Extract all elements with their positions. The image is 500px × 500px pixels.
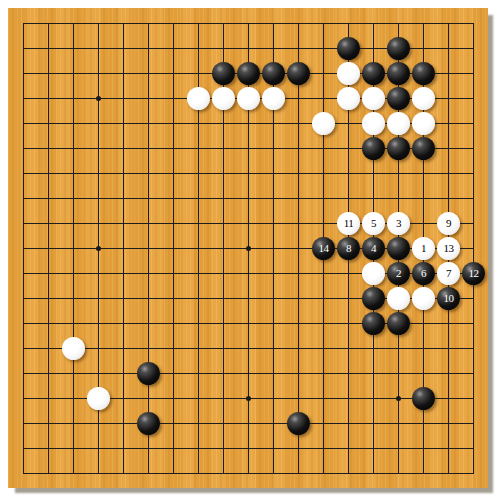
intersection-c2-r3[interactable] xyxy=(36,61,61,86)
intersection-c13-r11[interactable] xyxy=(311,261,336,286)
intersection-c2-r19[interactable] xyxy=(36,461,61,486)
intersection-c19-r1[interactable] xyxy=(461,11,486,36)
intersection-c3-r3[interactable] xyxy=(61,61,86,86)
intersection-c16-r3[interactable] xyxy=(386,61,411,86)
intersection-c3-r12[interactable] xyxy=(61,286,86,311)
intersection-c12-r8[interactable] xyxy=(286,186,311,211)
intersection-c18-r9[interactable]: 9 xyxy=(436,211,461,236)
intersection-c17-r8[interactable] xyxy=(411,186,436,211)
intersection-c3-r6[interactable] xyxy=(61,136,86,161)
intersection-c9-r11[interactable] xyxy=(211,261,236,286)
intersection-c11-r8[interactable] xyxy=(261,186,286,211)
intersection-c15-r2[interactable] xyxy=(361,36,386,61)
intersection-c9-r6[interactable] xyxy=(211,136,236,161)
intersection-c2-r1[interactable] xyxy=(36,11,61,36)
intersection-c8-r17[interactable] xyxy=(186,411,211,436)
intersection-c1-r8[interactable] xyxy=(11,186,36,211)
intersection-c16-r13[interactable] xyxy=(386,311,411,336)
intersection-c15-r6[interactable] xyxy=(361,136,386,161)
intersection-c19-r13[interactable] xyxy=(461,311,486,336)
intersection-c6-r6[interactable] xyxy=(136,136,161,161)
intersection-c4-r3[interactable] xyxy=(86,61,111,86)
intersection-c7-r9[interactable] xyxy=(161,211,186,236)
intersection-c4-r18[interactable] xyxy=(86,436,111,461)
intersection-c18-r3[interactable] xyxy=(436,61,461,86)
intersection-c6-r3[interactable] xyxy=(136,61,161,86)
intersection-c11-r19[interactable] xyxy=(261,461,286,486)
intersection-c19-r9[interactable] xyxy=(461,211,486,236)
intersection-c7-r4[interactable] xyxy=(161,86,186,111)
intersection-c2-r4[interactable] xyxy=(36,86,61,111)
intersection-c19-r8[interactable] xyxy=(461,186,486,211)
intersection-c16-r7[interactable] xyxy=(386,161,411,186)
intersection-c4-r19[interactable] xyxy=(86,461,111,486)
intersection-c18-r15[interactable] xyxy=(436,361,461,386)
intersection-c9-r12[interactable] xyxy=(211,286,236,311)
intersection-c4-r2[interactable] xyxy=(86,36,111,61)
intersection-c17-r12[interactable] xyxy=(411,286,436,311)
intersection-c17-r3[interactable] xyxy=(411,61,436,86)
intersection-c9-r1[interactable] xyxy=(211,11,236,36)
intersection-c9-r10[interactable] xyxy=(211,236,236,261)
intersection-c18-r19[interactable] xyxy=(436,461,461,486)
intersection-c6-r10[interactable] xyxy=(136,236,161,261)
intersection-c17-r15[interactable] xyxy=(411,361,436,386)
intersection-c2-r2[interactable] xyxy=(36,36,61,61)
intersection-c11-r2[interactable] xyxy=(261,36,286,61)
intersection-c9-r7[interactable] xyxy=(211,161,236,186)
intersection-c17-r17[interactable] xyxy=(411,411,436,436)
intersection-c18-r5[interactable] xyxy=(436,111,461,136)
intersection-c2-r12[interactable] xyxy=(36,286,61,311)
intersection-c13-r4[interactable] xyxy=(311,86,336,111)
intersection-c2-r10[interactable] xyxy=(36,236,61,261)
intersection-c15-r19[interactable] xyxy=(361,461,386,486)
intersection-c11-r7[interactable] xyxy=(261,161,286,186)
intersection-c9-r16[interactable] xyxy=(211,386,236,411)
intersection-c8-r11[interactable] xyxy=(186,261,211,286)
intersection-c10-r14[interactable] xyxy=(236,336,261,361)
intersection-c5-r1[interactable] xyxy=(111,11,136,36)
intersection-c9-r18[interactable] xyxy=(211,436,236,461)
intersection-c9-r13[interactable] xyxy=(211,311,236,336)
intersection-c16-r8[interactable] xyxy=(386,186,411,211)
intersection-c16-r6[interactable] xyxy=(386,136,411,161)
intersection-c1-r9[interactable] xyxy=(11,211,36,236)
intersection-c17-r18[interactable] xyxy=(411,436,436,461)
intersection-c11-r13[interactable] xyxy=(261,311,286,336)
intersection-c8-r13[interactable] xyxy=(186,311,211,336)
intersection-c18-r12[interactable]: 10 xyxy=(436,286,461,311)
intersection-c6-r18[interactable] xyxy=(136,436,161,461)
intersection-c10-r8[interactable] xyxy=(236,186,261,211)
intersection-c6-r11[interactable] xyxy=(136,261,161,286)
intersection-c10-r12[interactable] xyxy=(236,286,261,311)
intersection-c10-r4[interactable] xyxy=(236,86,261,111)
intersection-c2-r16[interactable] xyxy=(36,386,61,411)
intersection-c18-r10[interactable]: 13 xyxy=(436,236,461,261)
intersection-c11-r3[interactable] xyxy=(261,61,286,86)
intersection-c6-r16[interactable] xyxy=(136,386,161,411)
intersection-c7-r6[interactable] xyxy=(161,136,186,161)
intersection-c6-r19[interactable] xyxy=(136,461,161,486)
intersection-c12-r10[interactable] xyxy=(286,236,311,261)
intersection-c15-r17[interactable] xyxy=(361,411,386,436)
intersection-c10-r7[interactable] xyxy=(236,161,261,186)
intersection-c4-r12[interactable] xyxy=(86,286,111,311)
intersection-c9-r2[interactable] xyxy=(211,36,236,61)
intersection-c16-r1[interactable] xyxy=(386,11,411,36)
intersection-c18-r2[interactable] xyxy=(436,36,461,61)
intersection-c5-r11[interactable] xyxy=(111,261,136,286)
intersection-c2-r7[interactable] xyxy=(36,161,61,186)
intersection-c16-r11[interactable]: 2 xyxy=(386,261,411,286)
intersection-c6-r1[interactable] xyxy=(136,11,161,36)
intersection-c15-r12[interactable] xyxy=(361,286,386,311)
intersection-c7-r15[interactable] xyxy=(161,361,186,386)
intersection-c11-r15[interactable] xyxy=(261,361,286,386)
intersection-c6-r5[interactable] xyxy=(136,111,161,136)
intersection-c2-r6[interactable] xyxy=(36,136,61,161)
intersection-c6-r8[interactable] xyxy=(136,186,161,211)
intersection-c14-r4[interactable] xyxy=(336,86,361,111)
intersection-c5-r4[interactable] xyxy=(111,86,136,111)
intersection-c7-r18[interactable] xyxy=(161,436,186,461)
intersection-c17-r19[interactable] xyxy=(411,461,436,486)
intersection-c5-r3[interactable] xyxy=(111,61,136,86)
intersection-c4-r14[interactable] xyxy=(86,336,111,361)
intersection-c6-r2[interactable] xyxy=(136,36,161,61)
intersection-c10-r9[interactable] xyxy=(236,211,261,236)
intersection-c1-r15[interactable] xyxy=(11,361,36,386)
intersection-c14-r14[interactable] xyxy=(336,336,361,361)
intersection-c8-r1[interactable] xyxy=(186,11,211,36)
intersection-c14-r6[interactable] xyxy=(336,136,361,161)
intersection-c13-r9[interactable] xyxy=(311,211,336,236)
intersection-c5-r13[interactable] xyxy=(111,311,136,336)
intersection-c2-r14[interactable] xyxy=(36,336,61,361)
intersection-c7-r13[interactable] xyxy=(161,311,186,336)
intersection-c14-r2[interactable] xyxy=(336,36,361,61)
intersection-c1-r13[interactable] xyxy=(11,311,36,336)
intersection-c4-r9[interactable] xyxy=(86,211,111,236)
intersection-c7-r5[interactable] xyxy=(161,111,186,136)
intersection-c12-r18[interactable] xyxy=(286,436,311,461)
intersection-c16-r14[interactable] xyxy=(386,336,411,361)
intersection-c14-r7[interactable] xyxy=(336,161,361,186)
intersection-c19-r12[interactable] xyxy=(461,286,486,311)
intersection-c19-r17[interactable] xyxy=(461,411,486,436)
intersection-c11-r5[interactable] xyxy=(261,111,286,136)
intersection-c2-r13[interactable] xyxy=(36,311,61,336)
intersection-c1-r7[interactable] xyxy=(11,161,36,186)
intersection-c2-r11[interactable] xyxy=(36,261,61,286)
intersection-c7-r11[interactable] xyxy=(161,261,186,286)
intersection-c2-r5[interactable] xyxy=(36,111,61,136)
intersection-c13-r5[interactable] xyxy=(311,111,336,136)
intersection-c11-r14[interactable] xyxy=(261,336,286,361)
intersection-c7-r1[interactable] xyxy=(161,11,186,36)
intersection-c10-r5[interactable] xyxy=(236,111,261,136)
intersection-c6-r15[interactable] xyxy=(136,361,161,386)
intersection-c12-r1[interactable] xyxy=(286,11,311,36)
intersection-c15-r13[interactable] xyxy=(361,311,386,336)
intersection-c6-r17[interactable] xyxy=(136,411,161,436)
intersection-c12-r7[interactable] xyxy=(286,161,311,186)
intersection-c16-r15[interactable] xyxy=(386,361,411,386)
intersection-c8-r9[interactable] xyxy=(186,211,211,236)
intersection-c5-r18[interactable] xyxy=(111,436,136,461)
intersection-c5-r10[interactable] xyxy=(111,236,136,261)
intersection-c9-r4[interactable] xyxy=(211,86,236,111)
intersection-c7-r8[interactable] xyxy=(161,186,186,211)
intersection-c4-r8[interactable] xyxy=(86,186,111,211)
intersection-c8-r3[interactable] xyxy=(186,61,211,86)
intersection-c18-r14[interactable] xyxy=(436,336,461,361)
intersection-c4-r5[interactable] xyxy=(86,111,111,136)
intersection-c7-r3[interactable] xyxy=(161,61,186,86)
intersection-c1-r12[interactable] xyxy=(11,286,36,311)
intersection-c6-r7[interactable] xyxy=(136,161,161,186)
intersection-c14-r3[interactable] xyxy=(336,61,361,86)
intersection-c2-r15[interactable] xyxy=(36,361,61,386)
intersection-c3-r10[interactable] xyxy=(61,236,86,261)
intersection-c17-r4[interactable] xyxy=(411,86,436,111)
intersection-c11-r6[interactable] xyxy=(261,136,286,161)
intersection-c13-r19[interactable] xyxy=(311,461,336,486)
intersection-c7-r10[interactable] xyxy=(161,236,186,261)
intersection-c18-r8[interactable] xyxy=(436,186,461,211)
intersection-c18-r13[interactable] xyxy=(436,311,461,336)
intersection-c5-r7[interactable] xyxy=(111,161,136,186)
intersection-c1-r6[interactable] xyxy=(11,136,36,161)
intersection-c10-r11[interactable] xyxy=(236,261,261,286)
intersection-c11-r11[interactable] xyxy=(261,261,286,286)
intersection-c12-r14[interactable] xyxy=(286,336,311,361)
star-point-c10-r16[interactable] xyxy=(236,386,261,411)
intersection-c14-r16[interactable] xyxy=(336,386,361,411)
intersection-c19-r11[interactable]: 12 xyxy=(461,261,486,286)
intersection-c5-r16[interactable] xyxy=(111,386,136,411)
intersection-c15-r14[interactable] xyxy=(361,336,386,361)
intersection-c16-r10[interactable] xyxy=(386,236,411,261)
intersection-c17-r9[interactable] xyxy=(411,211,436,236)
intersection-c17-r6[interactable] xyxy=(411,136,436,161)
intersection-c1-r16[interactable] xyxy=(11,386,36,411)
intersection-c10-r17[interactable] xyxy=(236,411,261,436)
intersection-c10-r6[interactable] xyxy=(236,136,261,161)
intersection-c4-r11[interactable] xyxy=(86,261,111,286)
intersection-c3-r5[interactable] xyxy=(61,111,86,136)
intersection-c19-r19[interactable] xyxy=(461,461,486,486)
intersection-c15-r10[interactable]: 4 xyxy=(361,236,386,261)
intersection-c14-r8[interactable] xyxy=(336,186,361,211)
intersection-c1-r4[interactable] xyxy=(11,86,36,111)
intersection-c12-r6[interactable] xyxy=(286,136,311,161)
intersection-c3-r18[interactable] xyxy=(61,436,86,461)
intersection-c4-r17[interactable] xyxy=(86,411,111,436)
intersection-c12-r13[interactable] xyxy=(286,311,311,336)
intersection-c3-r9[interactable] xyxy=(61,211,86,236)
intersection-c1-r3[interactable] xyxy=(11,61,36,86)
intersection-c1-r10[interactable] xyxy=(11,236,36,261)
intersection-c7-r17[interactable] xyxy=(161,411,186,436)
intersection-c19-r3[interactable] xyxy=(461,61,486,86)
intersection-c9-r19[interactable] xyxy=(211,461,236,486)
intersection-c19-r10[interactable] xyxy=(461,236,486,261)
intersection-c13-r10[interactable]: 14 xyxy=(311,236,336,261)
intersection-c10-r18[interactable] xyxy=(236,436,261,461)
intersection-c17-r1[interactable] xyxy=(411,11,436,36)
intersection-c7-r7[interactable] xyxy=(161,161,186,186)
star-point-c4-r4[interactable] xyxy=(86,86,111,111)
intersection-c18-r17[interactable] xyxy=(436,411,461,436)
intersection-c9-r3[interactable] xyxy=(211,61,236,86)
intersection-c2-r9[interactable] xyxy=(36,211,61,236)
intersection-c1-r1[interactable] xyxy=(11,11,36,36)
intersection-c9-r17[interactable] xyxy=(211,411,236,436)
intersection-c13-r14[interactable] xyxy=(311,336,336,361)
intersection-c13-r17[interactable] xyxy=(311,411,336,436)
intersection-c18-r1[interactable] xyxy=(436,11,461,36)
intersection-c3-r19[interactable] xyxy=(61,461,86,486)
intersection-c19-r6[interactable] xyxy=(461,136,486,161)
intersection-c6-r12[interactable] xyxy=(136,286,161,311)
intersection-c18-r11[interactable]: 7 xyxy=(436,261,461,286)
intersection-c12-r15[interactable] xyxy=(286,361,311,386)
intersection-c18-r7[interactable] xyxy=(436,161,461,186)
intersection-c19-r15[interactable] xyxy=(461,361,486,386)
intersection-c10-r3[interactable] xyxy=(236,61,261,86)
intersection-c7-r16[interactable] xyxy=(161,386,186,411)
intersection-c13-r13[interactable] xyxy=(311,311,336,336)
intersection-c9-r15[interactable] xyxy=(211,361,236,386)
intersection-c3-r15[interactable] xyxy=(61,361,86,386)
intersection-c12-r2[interactable] xyxy=(286,36,311,61)
intersection-c6-r9[interactable] xyxy=(136,211,161,236)
intersection-c16-r18[interactable] xyxy=(386,436,411,461)
intersection-c3-r13[interactable] xyxy=(61,311,86,336)
intersection-c13-r6[interactable] xyxy=(311,136,336,161)
intersection-c4-r7[interactable] xyxy=(86,161,111,186)
intersection-c16-r2[interactable] xyxy=(386,36,411,61)
intersection-c8-r5[interactable] xyxy=(186,111,211,136)
intersection-c9-r14[interactable] xyxy=(211,336,236,361)
intersection-c16-r4[interactable] xyxy=(386,86,411,111)
intersection-c11-r10[interactable] xyxy=(261,236,286,261)
intersection-c12-r3[interactable] xyxy=(286,61,311,86)
intersection-c17-r13[interactable] xyxy=(411,311,436,336)
intersection-c11-r9[interactable] xyxy=(261,211,286,236)
intersection-c4-r13[interactable] xyxy=(86,311,111,336)
intersection-c18-r6[interactable] xyxy=(436,136,461,161)
intersection-c3-r1[interactable] xyxy=(61,11,86,36)
intersection-c17-r10[interactable]: 1 xyxy=(411,236,436,261)
intersection-c15-r4[interactable] xyxy=(361,86,386,111)
intersection-c13-r3[interactable] xyxy=(311,61,336,86)
intersection-c5-r9[interactable] xyxy=(111,211,136,236)
intersection-c13-r1[interactable] xyxy=(311,11,336,36)
intersection-c19-r18[interactable] xyxy=(461,436,486,461)
intersection-c16-r5[interactable] xyxy=(386,111,411,136)
intersection-c18-r4[interactable] xyxy=(436,86,461,111)
intersection-c15-r1[interactable] xyxy=(361,11,386,36)
intersection-c17-r7[interactable] xyxy=(411,161,436,186)
intersection-c8-r16[interactable] xyxy=(186,386,211,411)
intersection-c18-r16[interactable] xyxy=(436,386,461,411)
intersection-c4-r1[interactable] xyxy=(86,11,111,36)
intersection-c2-r8[interactable] xyxy=(36,186,61,211)
intersection-c16-r17[interactable] xyxy=(386,411,411,436)
intersection-c12-r19[interactable] xyxy=(286,461,311,486)
intersection-c4-r6[interactable] xyxy=(86,136,111,161)
intersection-c19-r2[interactable] xyxy=(461,36,486,61)
intersection-c14-r17[interactable] xyxy=(336,411,361,436)
intersection-c5-r15[interactable] xyxy=(111,361,136,386)
intersection-c15-r15[interactable] xyxy=(361,361,386,386)
intersection-c14-r5[interactable] xyxy=(336,111,361,136)
intersection-c12-r11[interactable] xyxy=(286,261,311,286)
intersection-c13-r16[interactable] xyxy=(311,386,336,411)
intersection-c9-r9[interactable] xyxy=(211,211,236,236)
intersection-c15-r3[interactable] xyxy=(361,61,386,86)
intersection-c19-r16[interactable] xyxy=(461,386,486,411)
intersection-c1-r19[interactable] xyxy=(11,461,36,486)
intersection-c8-r12[interactable] xyxy=(186,286,211,311)
intersection-c1-r18[interactable] xyxy=(11,436,36,461)
intersection-c5-r5[interactable] xyxy=(111,111,136,136)
intersection-c10-r19[interactable] xyxy=(236,461,261,486)
intersection-c12-r5[interactable] xyxy=(286,111,311,136)
intersection-c8-r15[interactable] xyxy=(186,361,211,386)
intersection-c1-r14[interactable] xyxy=(11,336,36,361)
intersection-c14-r12[interactable] xyxy=(336,286,361,311)
intersection-c2-r18[interactable] xyxy=(36,436,61,461)
intersection-c3-r11[interactable] xyxy=(61,261,86,286)
intersection-c14-r18[interactable] xyxy=(336,436,361,461)
intersection-c15-r9[interactable]: 5 xyxy=(361,211,386,236)
intersection-c14-r19[interactable] xyxy=(336,461,361,486)
intersection-c4-r15[interactable] xyxy=(86,361,111,386)
intersection-c13-r18[interactable] xyxy=(311,436,336,461)
intersection-c13-r15[interactable] xyxy=(311,361,336,386)
intersection-c3-r4[interactable] xyxy=(61,86,86,111)
intersection-c6-r13[interactable] xyxy=(136,311,161,336)
intersection-c12-r9[interactable] xyxy=(286,211,311,236)
intersection-c14-r13[interactable] xyxy=(336,311,361,336)
intersection-c1-r11[interactable] xyxy=(11,261,36,286)
intersection-c8-r14[interactable] xyxy=(186,336,211,361)
intersection-c3-r7[interactable] xyxy=(61,161,86,186)
intersection-c17-r2[interactable] xyxy=(411,36,436,61)
intersection-c11-r18[interactable] xyxy=(261,436,286,461)
intersection-c3-r14[interactable] xyxy=(61,336,86,361)
intersection-c9-r5[interactable] xyxy=(211,111,236,136)
intersection-c11-r16[interactable] xyxy=(261,386,286,411)
intersection-c10-r13[interactable] xyxy=(236,311,261,336)
intersection-c12-r17[interactable] xyxy=(286,411,311,436)
intersection-c6-r4[interactable] xyxy=(136,86,161,111)
intersection-c5-r2[interactable] xyxy=(111,36,136,61)
intersection-c14-r10[interactable]: 8 xyxy=(336,236,361,261)
intersection-c14-r1[interactable] xyxy=(336,11,361,36)
star-point-c10-r10[interactable] xyxy=(236,236,261,261)
intersection-c17-r11[interactable]: 6 xyxy=(411,261,436,286)
intersection-c8-r19[interactable] xyxy=(186,461,211,486)
intersection-c19-r7[interactable] xyxy=(461,161,486,186)
intersection-c12-r16[interactable] xyxy=(286,386,311,411)
intersection-c4-r16[interactable] xyxy=(86,386,111,411)
